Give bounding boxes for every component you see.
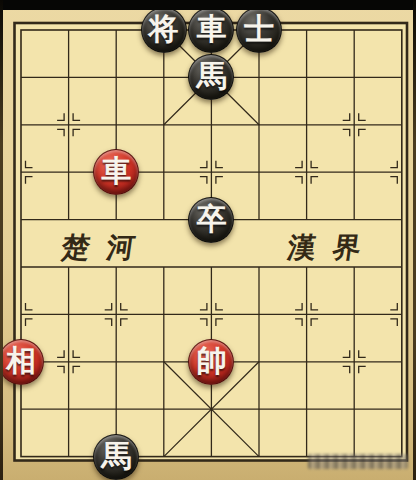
black-advisor-piece[interactable]: 士 <box>236 7 282 53</box>
red-chariot-glyph: 車 <box>101 156 131 186</box>
black-horse-glyph: 馬 <box>196 61 226 91</box>
black-horse-piece[interactable]: 馬 <box>188 54 234 100</box>
left-edge-strip <box>0 0 3 480</box>
black-soldier-glyph: 卒 <box>196 204 226 234</box>
watermark-blur <box>308 454 408 469</box>
black-general-glyph: 将 <box>149 14 179 44</box>
red-elephant-glyph: 相 <box>6 346 36 376</box>
black-advisor-glyph: 士 <box>244 14 274 44</box>
red-general-glyph: 帥 <box>196 346 226 376</box>
black-horse-2-glyph: 馬 <box>101 441 131 471</box>
screen: { "game": "xiangqi", "board": { "files":… <box>0 0 416 480</box>
red-elephant-piece[interactable]: 相 <box>0 339 44 385</box>
top-black-band <box>0 0 416 10</box>
black-chariot-piece[interactable]: 車 <box>188 7 234 53</box>
black-soldier-piece[interactable]: 卒 <box>188 197 234 243</box>
black-general-piece[interactable]: 将 <box>141 7 187 53</box>
red-chariot-piece[interactable]: 車 <box>93 149 139 195</box>
black-horse-2-piece[interactable]: 馬 <box>93 434 139 480</box>
red-general-piece[interactable]: 帥 <box>188 339 234 385</box>
black-chariot-glyph: 車 <box>196 14 226 44</box>
xiangqi-board-grid[interactable]: 将車士馬車卒相帥馬 <box>0 6 416 480</box>
